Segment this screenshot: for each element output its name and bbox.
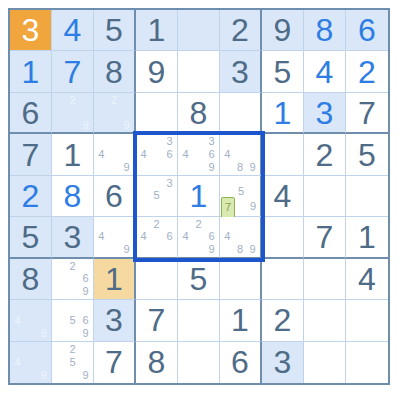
candidate-digit-9: 9 xyxy=(37,327,50,340)
cell-r3c4[interactable] xyxy=(136,93,178,134)
candidate-digit-3: 3 xyxy=(163,177,176,190)
cell-r2c1[interactable]: 1 xyxy=(10,51,52,92)
cell-r3c2[interactable]: 29 xyxy=(52,93,94,134)
cell-r9c7[interactable]: 3 xyxy=(262,342,304,383)
candidate-digit-6: 6 xyxy=(163,231,176,243)
cell-r2c9[interactable]: 2 xyxy=(346,51,388,92)
cell-value: 5 xyxy=(358,139,376,171)
candidate-digit-2: 2 xyxy=(150,218,163,230)
candidate-grid: 29 xyxy=(95,94,133,131)
cell-value: 8 xyxy=(105,56,123,88)
candidate-digit-9: 9 xyxy=(247,197,259,215)
cell-value: 2 xyxy=(231,14,249,46)
cell-value: 1 xyxy=(231,304,249,336)
candidate-digit-9: 9 xyxy=(79,327,92,340)
candidate-grid: 246 xyxy=(137,218,176,255)
candidate-digit-9: 9 xyxy=(205,243,218,255)
candidate-digit-9: 9 xyxy=(79,119,92,131)
cell-r2c8[interactable]: 4 xyxy=(304,51,346,92)
cell-r8c9[interactable] xyxy=(346,300,388,341)
cell-r9c4[interactable]: 8 xyxy=(136,342,178,383)
cell-r8c1[interactable]: 49 xyxy=(10,300,52,341)
candidate-digit-3: 3 xyxy=(205,135,218,148)
cell-r8c2[interactable]: 569 xyxy=(52,300,94,341)
candidate-digit-5: 5 xyxy=(150,190,163,203)
cell-r9c8[interactable] xyxy=(304,342,346,383)
candidate-digit-6: 6 xyxy=(205,231,218,243)
candidate-digit-9: 9 xyxy=(246,161,259,174)
cell-r7c9[interactable]: 4 xyxy=(346,259,388,300)
cell-value: 8 xyxy=(22,263,40,295)
candidate-digit-5: 5 xyxy=(66,356,79,369)
cell-r5c4[interactable]: 35 xyxy=(136,176,178,217)
cell-value: 4 xyxy=(358,263,376,295)
candidate-grid: 346 xyxy=(137,135,176,173)
cell-value: 8 xyxy=(316,14,334,46)
candidate-grid: 489 xyxy=(221,135,259,173)
cell-value: 4 xyxy=(274,180,292,212)
cell-r2c2[interactable]: 7 xyxy=(52,51,94,92)
cell-r9c5[interactable] xyxy=(178,342,220,383)
candidate-digit-8: 8 xyxy=(234,243,247,255)
cell-value: 6 xyxy=(358,14,376,46)
cell-value: 5 xyxy=(22,221,40,253)
cell-value: 7 xyxy=(64,56,82,88)
candidate-digit-4: 4 xyxy=(11,314,24,327)
candidate-grid: 2469 xyxy=(179,218,218,255)
cell-r7c4[interactable] xyxy=(136,259,178,300)
cell-value: 3 xyxy=(231,56,249,88)
candidate-digit-2: 2 xyxy=(192,218,205,230)
cell-r8c8[interactable] xyxy=(304,300,346,341)
cell-r4c3[interactable]: 49 xyxy=(94,134,136,175)
cell-r7c5[interactable]: 5 xyxy=(178,259,220,300)
candidate-digit-6: 6 xyxy=(79,314,92,327)
cell-r4c2[interactable]: 1 xyxy=(52,134,94,175)
cell-value: 7 xyxy=(358,97,376,129)
cell-r6c2[interactable]: 3 xyxy=(52,217,94,258)
cell-r3c9[interactable]: 7 xyxy=(346,93,388,134)
cell-r6c1[interactable]: 5 xyxy=(10,217,52,258)
candidate-digit-6: 6 xyxy=(79,272,92,285)
cell-r6c9[interactable]: 1 xyxy=(346,217,388,258)
cell-r8c6[interactable]: 1 xyxy=(220,300,262,341)
cell-value: 9 xyxy=(148,56,166,88)
cell-value: 2 xyxy=(316,139,334,171)
cell-r4c9[interactable]: 5 xyxy=(346,134,388,175)
cell-value: 4 xyxy=(316,56,334,88)
candidate-digit-2: 2 xyxy=(66,94,79,106)
cell-r4c8[interactable]: 2 xyxy=(304,134,346,175)
candidate-digit-2: 2 xyxy=(66,343,79,356)
candidate-digit-9: 9 xyxy=(205,161,218,174)
cell-value: 3 xyxy=(105,304,123,336)
cell-r4c7[interactable] xyxy=(262,134,304,175)
cell-r4c1[interactable]: 7 xyxy=(10,134,52,175)
cell-r9c6[interactable]: 6 xyxy=(220,342,262,383)
candidate-digit-5: 5 xyxy=(235,186,247,197)
candidate-grid: 3469 xyxy=(179,135,218,173)
cell-value: 7 xyxy=(316,221,334,253)
cell-value: 1 xyxy=(105,263,123,295)
cell-r5c2[interactable]: 8 xyxy=(52,176,94,217)
candidate-digit-9: 9 xyxy=(79,369,92,382)
cell-r3c5[interactable]: 8 xyxy=(178,93,220,134)
cell-r7c2[interactable]: 269 xyxy=(52,259,94,300)
cell-r2c4[interactable]: 9 xyxy=(136,51,178,92)
candidate-digit-2: 2 xyxy=(66,260,79,273)
cell-r1c6[interactable]: 2 xyxy=(220,10,262,51)
cell-r5c3[interactable]: 6 xyxy=(94,176,136,217)
cell-r3c3[interactable]: 29 xyxy=(94,93,136,134)
candidate-digit-9: 9 xyxy=(79,285,92,298)
candidate-digit-4: 4 xyxy=(137,231,150,243)
candidate-digit-9: 9 xyxy=(246,243,259,255)
cell-r3c6[interactable] xyxy=(220,93,262,134)
cell-r8c7[interactable]: 2 xyxy=(262,300,304,341)
candidate-grid: 49 xyxy=(11,301,50,339)
candidate-grid: 49 xyxy=(11,343,50,382)
candidate-digit-7: 7 xyxy=(221,197,235,215)
cell-value: 1 xyxy=(358,221,376,253)
cell-r7c6[interactable] xyxy=(220,259,262,300)
candidate-digit-4: 4 xyxy=(221,231,234,243)
cell-value: 9 xyxy=(274,14,292,46)
cell-r8c5[interactable] xyxy=(178,300,220,341)
cell-r2c6[interactable]: 3 xyxy=(220,51,262,92)
cell-r7c1[interactable]: 8 xyxy=(10,259,52,300)
cell-r5c8[interactable] xyxy=(304,176,346,217)
candidate-digit-4: 4 xyxy=(179,231,192,243)
candidate-grid: 259 xyxy=(53,343,92,382)
cell-value: 4 xyxy=(64,14,82,46)
candidate-digit-2: 2 xyxy=(108,94,121,106)
cell-value: 2 xyxy=(358,56,376,88)
candidate-grid: 489 xyxy=(221,218,259,255)
cell-r4c6[interactable]: 489 xyxy=(220,134,262,175)
cell-value: 6 xyxy=(231,346,249,378)
cell-r7c8[interactable] xyxy=(304,259,346,300)
candidate-digit-5: 5 xyxy=(66,314,79,327)
cell-r1c4[interactable]: 1 xyxy=(136,10,178,51)
sudoku-app-page: 3451298617893542629298137714934634694892… xyxy=(0,0,400,394)
cell-r2c5[interactable] xyxy=(178,51,220,92)
cell-r2c3[interactable]: 8 xyxy=(94,51,136,92)
cell-r6c7[interactable] xyxy=(262,217,304,258)
cell-value: 2 xyxy=(22,180,40,212)
cell-r8c4[interactable]: 7 xyxy=(136,300,178,341)
candidate-digit-3: 3 xyxy=(163,135,176,148)
cell-value: 3 xyxy=(64,221,82,253)
cell-r5c6[interactable]: 579 xyxy=(220,176,262,217)
sudoku-board: 3451298617893542629298137714934634694892… xyxy=(8,8,390,385)
cell-r9c1[interactable]: 49 xyxy=(10,342,52,383)
cell-r6c8[interactable]: 7 xyxy=(304,217,346,258)
cell-r6c3[interactable]: 49 xyxy=(94,217,136,258)
cell-r6c6[interactable]: 489 xyxy=(220,217,262,258)
cell-r9c2[interactable]: 259 xyxy=(52,342,94,383)
cell-r5c9[interactable] xyxy=(346,176,388,217)
hint-candidate-7: 7 xyxy=(221,197,235,219)
cell-value: 5 xyxy=(105,14,123,46)
cell-r1c3[interactable]: 5 xyxy=(94,10,136,51)
candidate-digit-4: 4 xyxy=(11,356,24,369)
candidate-digit-4: 4 xyxy=(95,231,108,243)
candidate-digit-4: 4 xyxy=(137,148,150,161)
cell-r4c5[interactable]: 3469 xyxy=(178,134,220,175)
candidate-grid: 269 xyxy=(53,260,92,298)
cell-value: 7 xyxy=(148,304,166,336)
cell-value: 6 xyxy=(22,97,40,129)
cell-r1c1[interactable]: 3 xyxy=(10,10,52,51)
candidate-digit-4: 4 xyxy=(221,148,234,161)
candidate-grid: 29 xyxy=(53,94,92,131)
cell-r5c1[interactable]: 2 xyxy=(10,176,52,217)
cell-r1c7[interactable]: 9 xyxy=(262,10,304,51)
cell-value: 3 xyxy=(22,14,40,46)
cell-r1c8[interactable]: 8 xyxy=(304,10,346,51)
candidate-digit-9: 9 xyxy=(37,369,50,382)
cell-value: 2 xyxy=(274,304,292,336)
candidate-digit-8: 8 xyxy=(234,161,247,174)
cell-r8c3[interactable]: 3 xyxy=(94,300,136,341)
cell-value: 1 xyxy=(22,56,40,88)
candidate-grid: 49 xyxy=(95,135,133,173)
cell-r1c5[interactable] xyxy=(178,10,220,51)
cell-value: 7 xyxy=(105,346,123,378)
candidate-grid: 49 xyxy=(95,218,133,255)
cell-r5c7[interactable]: 4 xyxy=(262,176,304,217)
candidate-digit-4: 4 xyxy=(179,148,192,161)
cell-value: 8 xyxy=(148,346,166,378)
cell-r4c4[interactable]: 346 xyxy=(136,134,178,175)
cell-r3c1[interactable]: 6 xyxy=(10,93,52,134)
cell-value: 5 xyxy=(190,263,208,295)
cell-value: 1 xyxy=(148,14,166,46)
candidate-digit-9: 9 xyxy=(120,161,133,174)
cell-r7c7[interactable] xyxy=(262,259,304,300)
cell-r3c7[interactable]: 1 xyxy=(262,93,304,134)
candidate-digit-6: 6 xyxy=(205,148,218,161)
cell-value: 5 xyxy=(274,56,292,88)
cell-value: 3 xyxy=(316,97,334,129)
cell-r1c9[interactable]: 6 xyxy=(346,10,388,51)
cell-value: 1 xyxy=(190,180,208,212)
cell-value: 7 xyxy=(22,139,40,171)
cell-value: 8 xyxy=(190,97,208,129)
cell-value: 1 xyxy=(64,139,82,171)
cell-r1c2[interactable]: 4 xyxy=(52,10,94,51)
cell-value: 8 xyxy=(64,180,82,212)
cell-r2c7[interactable]: 5 xyxy=(262,51,304,92)
candidate-digit-9: 9 xyxy=(120,119,133,131)
candidate-digit-9: 9 xyxy=(120,243,133,255)
cell-r7c3[interactable]: 1 xyxy=(94,259,136,300)
candidate-grid: 569 xyxy=(53,301,92,339)
cell-r6c5[interactable]: 2469 xyxy=(178,217,220,258)
cell-r9c9[interactable] xyxy=(346,342,388,383)
candidate-grid: 35 xyxy=(137,177,176,215)
cell-r6c4[interactable]: 246 xyxy=(136,217,178,258)
candidate-grid: 579 xyxy=(221,177,259,215)
cell-value: 3 xyxy=(274,346,292,378)
cell-r5c5[interactable]: 1 xyxy=(178,176,220,217)
cell-value: 1 xyxy=(274,97,292,129)
candidate-digit-6: 6 xyxy=(163,148,176,161)
cell-r9c3[interactable]: 7 xyxy=(94,342,136,383)
cell-r3c8[interactable]: 3 xyxy=(304,93,346,134)
cell-value: 6 xyxy=(105,180,123,212)
candidate-digit-4: 4 xyxy=(95,148,108,161)
